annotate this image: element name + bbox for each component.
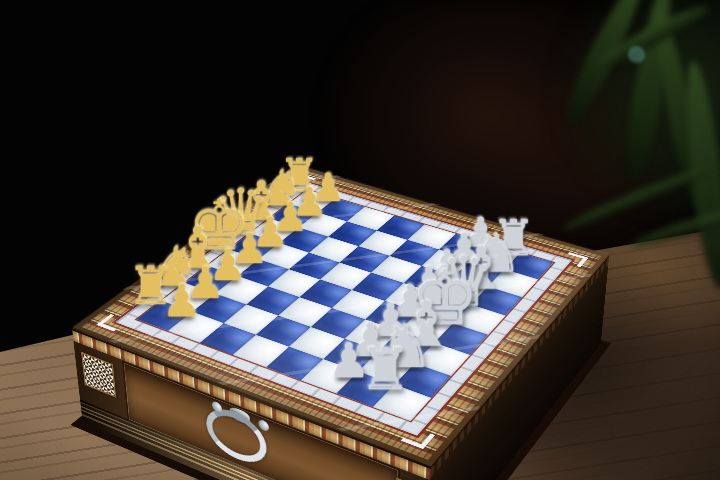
scene: ♜♞♝♛♚♝♞♜♟♟♟♟♟♟♟♟♟♟♟♟♟♟♟♟♜♞♝♛♚♝♞♜ [0,0,720,480]
piece-black-rook-h8[interactable]: ♜ [359,343,411,396]
pearl-star-inlay [81,352,116,398]
handle-post [258,418,269,432]
piece-white-pawn-h2[interactable]: ♟ [162,281,202,322]
chess-box: ♜♞♝♛♚♝♞♜♟♟♟♟♟♟♟♟♟♟♟♟♟♟♟♟♜♞♝♛♚♝♞♜ [72,165,609,467]
